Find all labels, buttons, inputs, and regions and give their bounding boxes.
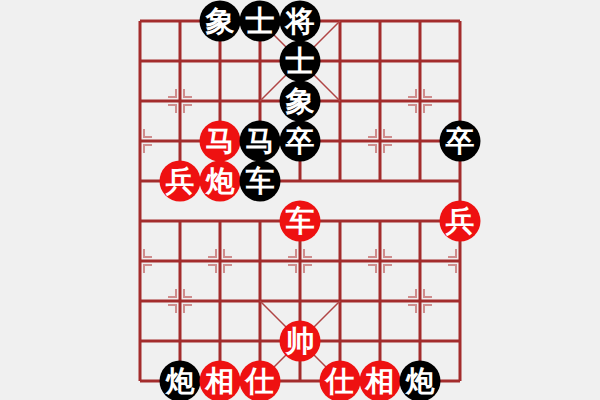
board-point-r1c0[interactable] (120, 41, 160, 81)
board-point-r4c5[interactable] (320, 161, 360, 201)
piece-black-horse[interactable]: 马 (240, 121, 281, 162)
board-point-r7c7[interactable] (400, 281, 440, 321)
board-point-r5c2[interactable] (200, 201, 240, 241)
board-point-r2c2[interactable] (200, 81, 240, 121)
piece-red-advisor[interactable]: 仕 (240, 361, 281, 400)
board-point-r4c6[interactable] (360, 161, 400, 201)
piece-red-soldier[interactable]: 兵 (160, 161, 201, 202)
board-point-r4c3[interactable]: 车 (240, 161, 280, 201)
board-point-r6c2[interactable] (200, 241, 240, 281)
board-point-r9c0[interactable] (120, 361, 160, 400)
board-point-r8c7[interactable] (400, 321, 440, 361)
board-point-r0c1[interactable] (160, 1, 200, 41)
board-point-r3c8[interactable]: 卒 (440, 121, 480, 161)
board-point-r5c5[interactable] (320, 201, 360, 241)
piece-black-advisor[interactable]: 士 (280, 41, 321, 82)
board-point-r5c3[interactable] (240, 201, 280, 241)
board-point-r9c1[interactable]: 炮 (160, 361, 200, 400)
board-point-r2c8[interactable] (440, 81, 480, 121)
board-point-r7c1[interactable] (160, 281, 200, 321)
board-point-r4c1[interactable]: 兵 (160, 161, 200, 201)
board-point-r6c0[interactable] (120, 241, 160, 281)
board-point-r2c4[interactable]: 象 (280, 81, 320, 121)
piece-red-general[interactable]: 帅 (280, 321, 321, 362)
piece-red-chariot[interactable]: 车 (280, 201, 321, 242)
piece-black-advisor[interactable]: 士 (240, 1, 281, 42)
board-point-r8c0[interactable] (120, 321, 160, 361)
board-point-r6c7[interactable] (400, 241, 440, 281)
board-point-r5c7[interactable] (400, 201, 440, 241)
board-point-r9c5[interactable]: 仕 (320, 361, 360, 400)
board-point-r1c8[interactable] (440, 41, 480, 81)
board-point-r6c1[interactable] (160, 241, 200, 281)
board-point-r2c3[interactable] (240, 81, 280, 121)
board-point-r1c3[interactable] (240, 41, 280, 81)
board-point-r8c1[interactable] (160, 321, 200, 361)
board-point-r8c8[interactable] (440, 321, 480, 361)
board-point-r3c3[interactable]: 马 (240, 121, 280, 161)
piece-red-elephant[interactable]: 相 (200, 361, 241, 400)
board-point-r8c3[interactable] (240, 321, 280, 361)
board-point-r2c5[interactable] (320, 81, 360, 121)
board-point-r1c5[interactable] (320, 41, 360, 81)
board-point-r0c4[interactable]: 将 (280, 1, 320, 41)
board-point-r9c7[interactable]: 炮 (400, 361, 440, 400)
piece-black-soldier[interactable]: 卒 (280, 121, 321, 162)
piece-black-chariot[interactable]: 车 (240, 161, 281, 202)
board-point-r1c2[interactable] (200, 41, 240, 81)
board-point-r7c0[interactable] (120, 281, 160, 321)
board-point-r6c5[interactable] (320, 241, 360, 281)
board-point-r4c0[interactable] (120, 161, 160, 201)
board-point-r8c5[interactable] (320, 321, 360, 361)
board-point-r7c2[interactable] (200, 281, 240, 321)
board-point-r7c5[interactable] (320, 281, 360, 321)
piece-red-horse[interactable]: 马 (200, 121, 241, 162)
board-point-r3c5[interactable] (320, 121, 360, 161)
board-point-r2c0[interactable] (120, 81, 160, 121)
board-point-r6c8[interactable] (440, 241, 480, 281)
piece-red-soldier[interactable]: 兵 (440, 201, 481, 242)
board-point-r3c2[interactable]: 马 (200, 121, 240, 161)
board-point-r7c4[interactable] (280, 281, 320, 321)
board-point-r1c4[interactable]: 士 (280, 41, 320, 81)
piece-red-cannon[interactable]: 炮 (200, 161, 241, 202)
board-point-r2c6[interactable] (360, 81, 400, 121)
board-point-r1c7[interactable] (400, 41, 440, 81)
board-point-r0c0[interactable] (120, 1, 160, 41)
board-point-r8c6[interactable] (360, 321, 400, 361)
board-point-r9c6[interactable]: 相 (360, 361, 400, 400)
board-point-r6c6[interactable] (360, 241, 400, 281)
board-point-r7c8[interactable] (440, 281, 480, 321)
board-point-r0c3[interactable]: 士 (240, 1, 280, 41)
board-point-r9c4[interactable] (280, 361, 320, 400)
board-point-r5c1[interactable] (160, 201, 200, 241)
board-point-r4c8[interactable] (440, 161, 480, 201)
xiangqi-board: 象士将士象马马卒卒兵炮车车兵帅炮相仕仕相炮 (0, 0, 600, 400)
board-point-r0c6[interactable] (360, 1, 400, 41)
piece-red-advisor[interactable]: 仕 (320, 361, 361, 400)
board-point-r8c2[interactable] (200, 321, 240, 361)
board-point-r3c6[interactable] (360, 121, 400, 161)
board-point-r9c3[interactable]: 仕 (240, 361, 280, 400)
board-point-r0c7[interactable] (400, 1, 440, 41)
board-point-r3c4[interactable]: 卒 (280, 121, 320, 161)
piece-black-cannon[interactable]: 炮 (400, 361, 441, 400)
board-point-r5c6[interactable] (360, 201, 400, 241)
piece-black-general[interactable]: 将 (280, 1, 321, 42)
board-point-r7c6[interactable] (360, 281, 400, 321)
board-point-r3c1[interactable] (160, 121, 200, 161)
board-point-r5c8[interactable]: 兵 (440, 201, 480, 241)
board-point-r0c2[interactable]: 象 (200, 1, 240, 41)
piece-black-soldier[interactable]: 卒 (440, 121, 481, 162)
board-point-r8c4[interactable]: 帅 (280, 321, 320, 361)
board-point-r9c8[interactable] (440, 361, 480, 400)
board-point-r2c1[interactable] (160, 81, 200, 121)
board-points: 象士将士象马马卒卒兵炮车车兵帅炮相仕仕相炮 (120, 1, 480, 400)
board-point-r4c7[interactable] (400, 161, 440, 201)
board-point-r9c2[interactable]: 相 (200, 361, 240, 400)
piece-black-elephant[interactable]: 象 (200, 1, 241, 42)
board-point-r3c0[interactable] (120, 121, 160, 161)
board-point-r3c7[interactable] (400, 121, 440, 161)
board-point-r1c6[interactable] (360, 41, 400, 81)
board-point-r4c4[interactable] (280, 161, 320, 201)
board-point-r2c7[interactable] (400, 81, 440, 121)
board-point-r0c5[interactable] (320, 1, 360, 41)
board-point-r7c3[interactable] (240, 281, 280, 321)
piece-black-cannon[interactable]: 炮 (160, 361, 201, 400)
board-point-r4c2[interactable]: 炮 (200, 161, 240, 201)
board-point-r6c4[interactable] (280, 241, 320, 281)
piece-red-elephant[interactable]: 相 (360, 361, 401, 400)
board-point-r5c4[interactable]: 车 (280, 201, 320, 241)
board-point-r0c8[interactable] (440, 1, 480, 41)
piece-black-elephant[interactable]: 象 (280, 81, 321, 122)
board-point-r5c0[interactable] (120, 201, 160, 241)
board-point-r1c1[interactable] (160, 41, 200, 81)
board-point-r6c3[interactable] (240, 241, 280, 281)
